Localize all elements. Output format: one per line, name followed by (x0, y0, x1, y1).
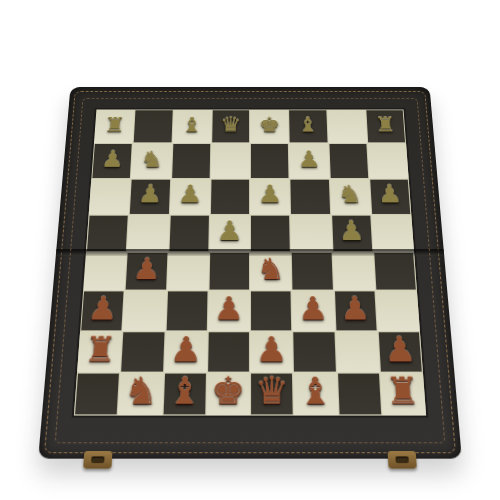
square-g4[interactable] (332, 252, 375, 291)
piece-black-brass-rook-h8[interactable]: ♜ (374, 114, 396, 135)
piece-white-copper-pawn-h2[interactable]: ♟ (383, 332, 417, 367)
piece-black-brass-queen-d8[interactable]: ♛ (220, 114, 241, 135)
square-d5[interactable]: ♟ (209, 215, 250, 252)
square-f5[interactable] (290, 215, 332, 252)
piece-white-copper-bishop-f1[interactable]: ♝ (298, 373, 333, 411)
square-a6[interactable] (89, 178, 131, 214)
square-a2[interactable]: ♜ (77, 331, 123, 373)
square-c4[interactable] (167, 252, 209, 291)
square-h8[interactable]: ♜ (365, 109, 406, 143)
piece-black-brass-pawn-a7[interactable]: ♟ (100, 148, 124, 171)
square-a8[interactable]: ♜ (94, 109, 135, 143)
square-b3[interactable] (123, 291, 167, 331)
piece-white-copper-pawn-f3[interactable]: ♟ (298, 293, 329, 325)
square-g3[interactable]: ♟ (333, 291, 377, 331)
square-c6[interactable]: ♟ (169, 178, 210, 214)
piece-black-brass-pawn-c6[interactable]: ♟ (177, 182, 202, 207)
square-a5[interactable] (86, 215, 129, 252)
piece-white-copper-queen-e1[interactable]: ♛ (255, 373, 290, 411)
square-f7[interactable]: ♟ (289, 143, 329, 178)
square-d4[interactable] (208, 252, 250, 291)
piece-white-copper-rook-h1[interactable]: ♜ (384, 373, 421, 411)
square-e5[interactable] (250, 215, 291, 252)
piece-black-brass-pawn-g5[interactable]: ♟ (338, 218, 366, 245)
square-c3[interactable] (165, 291, 208, 331)
square-d1[interactable]: ♚ (206, 372, 250, 415)
piece-white-copper-king-d1[interactable]: ♚ (211, 373, 246, 411)
square-e8[interactable]: ♚ (250, 109, 289, 143)
piece-white-copper-knight-e4[interactable]: ♞ (257, 255, 285, 284)
square-b5[interactable] (127, 215, 169, 252)
chess-board: ♜♝♛♚♝♜♟♞♟♟♟♟♞♟♟♟♟♞♟♟♟♟♜♟♟♟♞♝♚♛♝♜ (74, 109, 426, 415)
square-f6[interactable] (290, 178, 331, 214)
square-h3[interactable] (375, 291, 420, 331)
piece-white-copper-bishop-c1[interactable]: ♝ (167, 373, 202, 411)
piece-white-copper-rook-a2[interactable]: ♜ (83, 332, 117, 367)
square-g8[interactable] (327, 109, 367, 143)
piece-black-brass-pawn-d5[interactable]: ♟ (216, 218, 243, 245)
square-e6[interactable]: ♟ (250, 178, 290, 214)
square-g1[interactable] (336, 372, 382, 415)
piece-black-brass-pawn-b6[interactable]: ♟ (137, 182, 163, 207)
clasp-slot (395, 456, 408, 463)
square-e3[interactable] (250, 291, 292, 331)
square-e7[interactable] (250, 143, 290, 178)
square-g2[interactable] (335, 331, 380, 373)
case-clasp-left (83, 451, 112, 469)
square-a7[interactable]: ♟ (91, 143, 133, 178)
square-h1[interactable]: ♜ (380, 372, 426, 415)
piece-black-brass-rook-a8[interactable]: ♜ (103, 114, 125, 135)
square-g6[interactable]: ♞ (329, 178, 371, 214)
square-a3[interactable]: ♟ (80, 291, 125, 331)
case-clasp-right (388, 451, 417, 469)
clasp-slot (91, 456, 104, 463)
square-b6[interactable]: ♟ (129, 178, 171, 214)
square-d3[interactable]: ♟ (208, 291, 250, 331)
square-c7[interactable] (171, 143, 211, 178)
product-photo-scene: ♜♝♛♚♝♜♟♞♟♟♟♟♞♟♟♟♟♞♟♟♟♟♜♟♟♟♞♝♚♛♝♜ (0, 0, 500, 500)
piece-black-brass-pawn-h6[interactable]: ♟ (377, 182, 403, 207)
square-b4[interactable]: ♟ (125, 252, 168, 291)
square-b7[interactable]: ♞ (131, 143, 172, 178)
square-c5[interactable] (168, 215, 210, 252)
square-e2[interactable]: ♟ (250, 331, 293, 373)
square-h4[interactable] (373, 252, 417, 291)
square-h5[interactable] (371, 215, 414, 252)
piece-black-brass-pawn-e6[interactable]: ♟ (258, 182, 283, 207)
square-d6[interactable] (210, 178, 250, 214)
square-c2[interactable]: ♟ (164, 331, 208, 373)
square-f4[interactable] (291, 252, 333, 291)
square-e1[interactable]: ♛ (250, 372, 294, 415)
square-e4[interactable]: ♞ (250, 252, 292, 291)
square-g7[interactable] (328, 143, 369, 178)
square-c1[interactable]: ♝ (162, 372, 207, 415)
piece-black-brass-knight-b7[interactable]: ♞ (140, 148, 164, 171)
piece-white-copper-pawn-c2[interactable]: ♟ (169, 332, 202, 367)
square-f1[interactable]: ♝ (293, 372, 338, 415)
square-b8[interactable] (133, 109, 173, 143)
piece-white-copper-pawn-e2[interactable]: ♟ (255, 332, 287, 367)
piece-black-brass-bishop-c8[interactable]: ♝ (181, 114, 203, 135)
folding-leather-chess-case: ♜♝♛♚♝♜♟♞♟♟♟♟♞♟♟♟♟♞♟♟♟♟♜♟♟♟♞♝♚♛♝♜ (38, 87, 462, 459)
square-a1[interactable] (74, 372, 120, 415)
piece-white-copper-knight-b1[interactable]: ♞ (123, 373, 159, 411)
square-d7[interactable] (210, 143, 250, 178)
square-h2[interactable]: ♟ (377, 331, 423, 373)
square-f2[interactable] (292, 331, 336, 373)
square-d8[interactable]: ♛ (211, 109, 250, 143)
piece-white-copper-pawn-b4[interactable]: ♟ (132, 255, 162, 284)
square-c8[interactable]: ♝ (172, 109, 212, 143)
piece-white-copper-pawn-d3[interactable]: ♟ (214, 293, 244, 325)
piece-white-copper-pawn-a3[interactable]: ♟ (87, 293, 119, 325)
square-f8[interactable]: ♝ (288, 109, 328, 143)
square-h7[interactable] (367, 143, 409, 178)
piece-black-brass-bishop-f8[interactable]: ♝ (297, 114, 319, 135)
piece-black-brass-pawn-f7[interactable]: ♟ (297, 148, 320, 171)
square-b2[interactable] (120, 331, 165, 373)
piece-white-copper-pawn-g3[interactable]: ♟ (339, 293, 371, 325)
square-f3[interactable]: ♟ (292, 291, 335, 331)
square-h6[interactable]: ♟ (369, 178, 411, 214)
piece-black-brass-knight-g6[interactable]: ♞ (337, 182, 363, 207)
square-b1[interactable]: ♞ (118, 372, 164, 415)
piece-black-brass-king-e8[interactable]: ♚ (259, 114, 280, 135)
square-a4[interactable] (83, 252, 127, 291)
square-d2[interactable] (207, 331, 250, 373)
square-g5[interactable]: ♟ (331, 215, 373, 252)
